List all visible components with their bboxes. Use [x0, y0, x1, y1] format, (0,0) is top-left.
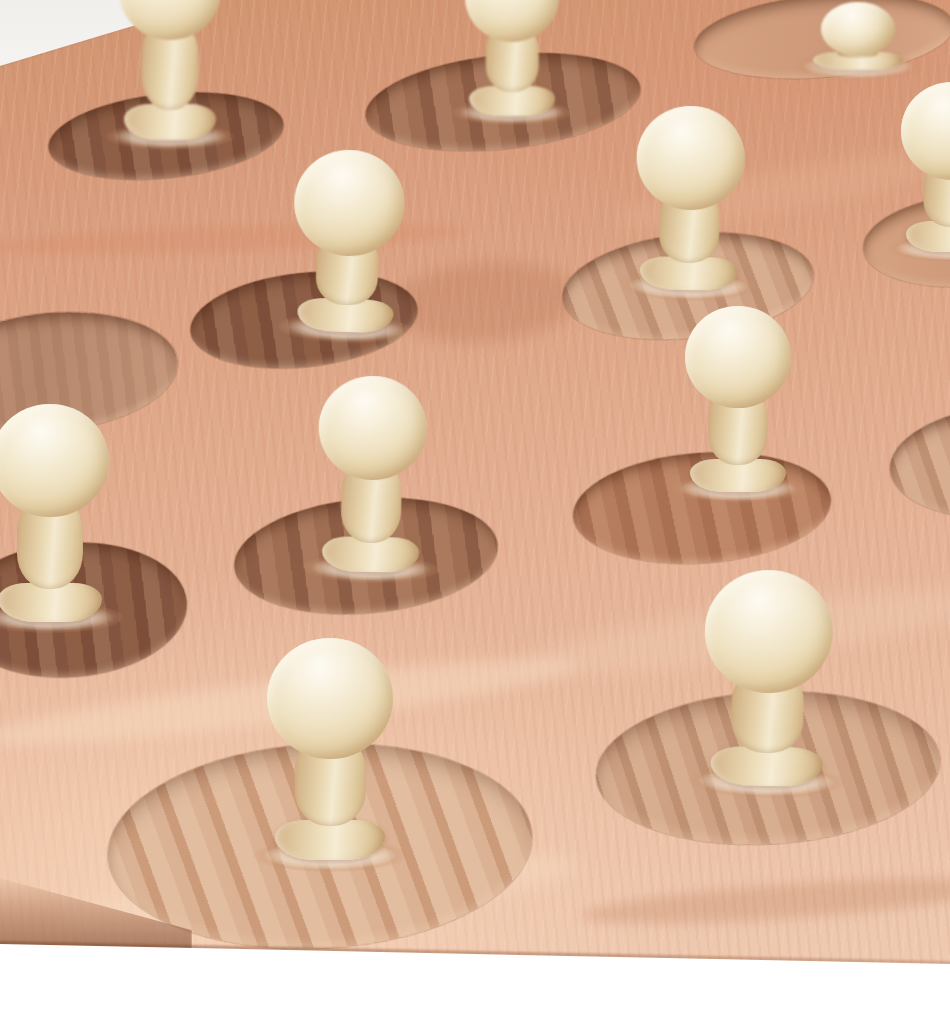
peg-ball: [267, 638, 393, 759]
peg-ball: [821, 2, 895, 56]
wooden-board-surface: [0, 0, 950, 1010]
peg-ball: [704, 569, 834, 694]
peg-r1c1[interactable]: [119, 0, 221, 140]
peg-ball: [119, 0, 221, 40]
peg-r3c3[interactable]: [685, 306, 791, 492]
peg-ball: [293, 148, 407, 257]
peg-r1c2[interactable]: [465, 0, 559, 116]
memory-chess-board-photo: [0, 0, 950, 1010]
peg-r3c2[interactable]: [316, 375, 427, 573]
peg-r2c2[interactable]: [290, 148, 406, 334]
peg-r3c1[interactable]: [0, 404, 109, 622]
peg-ball: [685, 306, 791, 408]
peg-ball: [901, 82, 950, 180]
peg-r1c3[interactable]: [813, 2, 903, 70]
peg-r2c3[interactable]: [634, 105, 745, 291]
wood-grain-streak: [579, 869, 950, 932]
peg-r4c2[interactable]: [267, 638, 393, 860]
hole-r3c4-empty[interactable]: [886, 398, 950, 526]
peg-ball: [636, 105, 746, 211]
peg-base: [0, 583, 102, 622]
peg-ball: [465, 0, 559, 42]
peg-r4c3[interactable]: [702, 569, 834, 787]
peg-ball: [0, 404, 109, 517]
peg-base: [275, 820, 385, 860]
wood-grain-streak: [387, 255, 582, 348]
peg-r2c4[interactable]: [901, 82, 950, 252]
peg-ball: [318, 375, 428, 481]
